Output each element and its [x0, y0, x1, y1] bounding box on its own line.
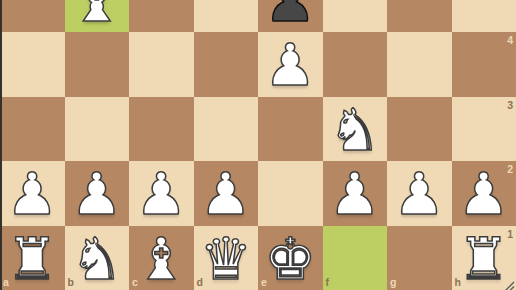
- square-d3[interactable]: [194, 97, 259, 162]
- resize-diagonal-lines-icon: [504, 281, 515, 290]
- square-d4[interactable]: [194, 32, 259, 97]
- square-c3[interactable]: [129, 97, 194, 162]
- file-label-a: a: [3, 277, 9, 288]
- white-knight[interactable]: ♞: [71, 230, 123, 288]
- white-pawn[interactable]: ♟: [71, 165, 123, 223]
- square-f2[interactable]: ♟: [323, 161, 388, 226]
- square-d2[interactable]: ♟: [194, 161, 259, 226]
- chess-board[interactable]: ♜♝♛♚♝♞♜8♟♟♟♟♟♟♟7♞6♝♟5♟4♞3♟♟♟♟♟♟♟2♜a♞b♝c♛…: [0, 0, 516, 290]
- square-h4[interactable]: 4: [452, 32, 516, 97]
- square-e3[interactable]: [258, 97, 323, 162]
- square-g4[interactable]: [387, 32, 452, 97]
- square-a3[interactable]: [0, 97, 65, 162]
- square-c5[interactable]: [129, 0, 194, 32]
- white-rook[interactable]: ♜: [6, 230, 58, 288]
- file-label-h: h: [455, 277, 461, 288]
- square-a5[interactable]: [0, 0, 65, 32]
- black-pawn[interactable]: ♟: [264, 0, 316, 30]
- square-b5[interactable]: ♝: [65, 0, 130, 32]
- white-pawn[interactable]: ♟: [200, 165, 252, 223]
- square-e4[interactable]: ♟: [258, 32, 323, 97]
- board-resize-handle-icon[interactable]: [504, 278, 515, 289]
- rank-label-3: 3: [507, 100, 513, 111]
- rank-label-4: 4: [507, 35, 513, 46]
- white-pawn[interactable]: ♟: [264, 36, 316, 94]
- square-b2[interactable]: ♟: [65, 161, 130, 226]
- square-h3[interactable]: 3: [452, 97, 516, 162]
- rank-label-1: 1: [507, 229, 513, 240]
- file-label-c: c: [132, 277, 138, 288]
- square-e5[interactable]: ♟: [258, 0, 323, 32]
- white-knight[interactable]: ♞: [329, 101, 381, 159]
- square-d1[interactable]: ♛d: [194, 226, 259, 290]
- white-queen[interactable]: ♛: [200, 230, 252, 288]
- file-label-f: f: [326, 277, 330, 288]
- square-f3[interactable]: ♞: [323, 97, 388, 162]
- rank-label-2: 2: [507, 164, 513, 175]
- square-e2[interactable]: [258, 161, 323, 226]
- white-pawn[interactable]: ♟: [458, 165, 510, 223]
- file-label-e: e: [261, 277, 267, 288]
- white-bishop[interactable]: ♝: [71, 0, 123, 30]
- square-g5[interactable]: [387, 0, 452, 32]
- square-c1[interactable]: ♝c: [129, 226, 194, 290]
- square-g1[interactable]: g: [387, 226, 452, 290]
- file-label-g: g: [390, 277, 396, 288]
- white-pawn[interactable]: ♟: [6, 165, 58, 223]
- square-a1[interactable]: ♜a: [0, 226, 65, 290]
- square-g3[interactable]: [387, 97, 452, 162]
- square-f1[interactable]: f: [323, 226, 388, 290]
- square-f4[interactable]: [323, 32, 388, 97]
- square-b4[interactable]: [65, 32, 130, 97]
- white-pawn[interactable]: ♟: [135, 165, 187, 223]
- square-f5[interactable]: [323, 0, 388, 32]
- white-pawn[interactable]: ♟: [329, 165, 381, 223]
- square-e1[interactable]: ♚e: [258, 226, 323, 290]
- square-g2[interactable]: ♟: [387, 161, 452, 226]
- board-viewport: ♜♝♛♚♝♞♜8♟♟♟♟♟♟♟7♞6♝♟5♟4♞3♟♟♟♟♟♟♟2♜a♞b♝c♛…: [0, 0, 516, 290]
- square-a2[interactable]: ♟: [0, 161, 65, 226]
- square-c2[interactable]: ♟: [129, 161, 194, 226]
- white-pawn[interactable]: ♟: [393, 165, 445, 223]
- square-h2[interactable]: ♟2: [452, 161, 516, 226]
- white-bishop[interactable]: ♝: [135, 230, 187, 288]
- file-label-b: b: [68, 277, 74, 288]
- file-label-d: d: [197, 277, 203, 288]
- square-d5[interactable]: [194, 0, 259, 32]
- white-rook[interactable]: ♜: [458, 230, 510, 288]
- square-h5[interactable]: 5: [452, 0, 516, 32]
- white-king[interactable]: ♚: [264, 230, 316, 288]
- board-left-edge: [0, 0, 2, 290]
- square-c4[interactable]: [129, 32, 194, 97]
- square-b1[interactable]: ♞b: [65, 226, 130, 290]
- square-a4[interactable]: [0, 32, 65, 97]
- square-b3[interactable]: [65, 97, 130, 162]
